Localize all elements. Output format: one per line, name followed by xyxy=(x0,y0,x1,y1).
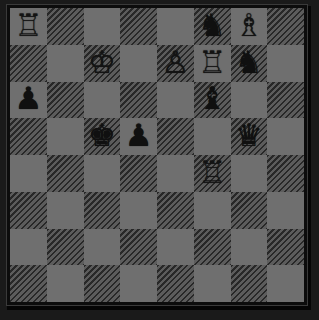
square-h8 xyxy=(267,8,304,45)
square-h6 xyxy=(267,82,304,119)
piece-white-bishop-g8: ♗ xyxy=(235,10,263,41)
piece-black-queen-g5: ♛ xyxy=(235,120,263,151)
square-f8: ♞ xyxy=(194,8,231,45)
square-b2 xyxy=(47,229,84,266)
square-a1 xyxy=(10,265,47,302)
square-e2 xyxy=(157,229,194,266)
square-h2 xyxy=(267,229,304,266)
square-b8 xyxy=(47,8,84,45)
square-b6 xyxy=(47,82,84,119)
square-e6 xyxy=(157,82,194,119)
square-d1 xyxy=(120,265,157,302)
piece-black-bishop-f6: ♝ xyxy=(198,83,226,114)
square-f3 xyxy=(194,192,231,229)
square-g7: ♞ xyxy=(231,45,268,82)
square-f7: ♖ xyxy=(194,45,231,82)
square-h4 xyxy=(267,155,304,192)
piece-black-pawn-d5: ♟ xyxy=(125,120,153,151)
square-c6 xyxy=(84,82,121,119)
square-h1 xyxy=(267,265,304,302)
square-b4 xyxy=(47,155,84,192)
square-g3 xyxy=(231,192,268,229)
square-c5: ♚ xyxy=(84,118,121,155)
square-a4 xyxy=(10,155,47,192)
square-a5 xyxy=(10,118,47,155)
piece-white-rook-a8: ♖ xyxy=(14,10,42,41)
square-a8: ♖ xyxy=(10,8,47,45)
square-a3 xyxy=(10,192,47,229)
square-c2 xyxy=(84,229,121,266)
piece-black-king-c5: ♚ xyxy=(88,120,116,151)
square-f6: ♝ xyxy=(194,82,231,119)
square-e1 xyxy=(157,265,194,302)
square-e5 xyxy=(157,118,194,155)
square-f2 xyxy=(194,229,231,266)
square-h7 xyxy=(267,45,304,82)
square-h5 xyxy=(267,118,304,155)
square-d6 xyxy=(120,82,157,119)
square-a6: ♟ xyxy=(10,82,47,119)
piece-black-knight-f8: ♞ xyxy=(198,10,226,41)
square-f1 xyxy=(194,265,231,302)
square-e3 xyxy=(157,192,194,229)
square-g4 xyxy=(231,155,268,192)
piece-white-rook-f7: ♖ xyxy=(198,47,226,78)
square-c3 xyxy=(84,192,121,229)
square-g1 xyxy=(231,265,268,302)
square-c7: ♔ xyxy=(84,45,121,82)
piece-black-pawn-a6: ♟ xyxy=(14,83,42,114)
square-b3 xyxy=(47,192,84,229)
square-c1 xyxy=(84,265,121,302)
square-f4: ♖ xyxy=(194,155,231,192)
square-c4 xyxy=(84,155,121,192)
square-a7 xyxy=(10,45,47,82)
square-e7: ♙ xyxy=(157,45,194,82)
piece-white-pawn-e7: ♙ xyxy=(161,47,189,78)
square-d7 xyxy=(120,45,157,82)
square-b1 xyxy=(47,265,84,302)
square-g8: ♗ xyxy=(231,8,268,45)
square-b7 xyxy=(47,45,84,82)
square-f5 xyxy=(194,118,231,155)
square-g5: ♛ xyxy=(231,118,268,155)
square-b5 xyxy=(47,118,84,155)
square-d2 xyxy=(120,229,157,266)
square-d4 xyxy=(120,155,157,192)
piece-black-knight-g7: ♞ xyxy=(235,47,263,78)
square-e8 xyxy=(157,8,194,45)
piece-white-rook-f4: ♖ xyxy=(198,157,226,188)
square-d5: ♟ xyxy=(120,118,157,155)
square-d8 xyxy=(120,8,157,45)
square-a2 xyxy=(10,229,47,266)
square-g2 xyxy=(231,229,268,266)
square-c8 xyxy=(84,8,121,45)
square-d3 xyxy=(120,192,157,229)
square-e4 xyxy=(157,155,194,192)
chess-board: ♖♞♗♔♙♖♞♟♝♚♟♛♖ xyxy=(7,5,307,305)
square-h3 xyxy=(267,192,304,229)
piece-white-king-c7: ♔ xyxy=(88,47,116,78)
scanned-diagram-page: ♖♞♗♔♙♖♞♟♝♚♟♛♖ xyxy=(0,0,319,320)
square-g6 xyxy=(231,82,268,119)
